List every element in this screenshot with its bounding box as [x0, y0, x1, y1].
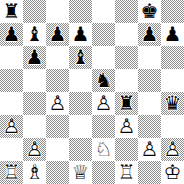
square-e6[interactable]: [92, 46, 115, 69]
piece-black-rook: ♜: [115, 92, 138, 115]
square-g8[interactable]: ♚: [138, 0, 161, 23]
square-a1[interactable]: ♜♖: [0, 161, 23, 184]
square-d5[interactable]: [69, 69, 92, 92]
piece-white-pawn: ♟♙: [138, 138, 161, 161]
piece-white-pawn: ♟♙: [46, 92, 69, 115]
square-e8[interactable]: [92, 0, 115, 23]
piece-white-pawn: ♟♙: [115, 115, 138, 138]
piece-white-knight: ♞♘: [92, 138, 115, 161]
square-d6[interactable]: ♝: [69, 46, 92, 69]
piece-black-pawn: ♟: [138, 23, 161, 46]
square-c7[interactable]: ♟: [46, 23, 69, 46]
square-f1[interactable]: ♜♖: [115, 161, 138, 184]
square-e2[interactable]: ♞♘: [92, 138, 115, 161]
square-c4[interactable]: ♟♙: [46, 92, 69, 115]
piece-black-pawn: ♟: [46, 23, 69, 46]
chess-board: ♜♚♟♝♟♟♟♟♟♝♞♟♙♟♙♜♛♟♙♟♙♟♙♞♘♟♙♟♙♜♖♝♗♛♕♜♖♚♔: [0, 0, 184, 184]
square-g3[interactable]: [138, 115, 161, 138]
square-b5[interactable]: [23, 69, 46, 92]
square-h1[interactable]: ♚♔: [161, 161, 184, 184]
square-d4[interactable]: [69, 92, 92, 115]
square-f4[interactable]: ♜: [115, 92, 138, 115]
piece-white-pawn: ♟♙: [23, 138, 46, 161]
square-b7[interactable]: ♝: [23, 23, 46, 46]
square-f7[interactable]: [115, 23, 138, 46]
square-g4[interactable]: [138, 92, 161, 115]
square-c6[interactable]: [46, 46, 69, 69]
piece-black-knight: ♞: [92, 69, 115, 92]
square-h7[interactable]: ♟: [161, 23, 184, 46]
piece-black-rook: ♜: [0, 0, 23, 23]
piece-black-queen: ♛: [161, 92, 184, 115]
square-a7[interactable]: ♟: [0, 23, 23, 46]
square-d3[interactable]: [69, 115, 92, 138]
square-h5[interactable]: [161, 69, 184, 92]
piece-white-rook: ♜♖: [115, 161, 138, 184]
piece-black-pawn: ♟: [0, 23, 23, 46]
square-c3[interactable]: [46, 115, 69, 138]
square-e4[interactable]: ♟♙: [92, 92, 115, 115]
square-h4[interactable]: ♛: [161, 92, 184, 115]
square-d8[interactable]: [69, 0, 92, 23]
piece-black-bishop: ♝: [69, 46, 92, 69]
square-a4[interactable]: [0, 92, 23, 115]
square-h2[interactable]: ♟♙: [161, 138, 184, 161]
square-a8[interactable]: ♜: [0, 0, 23, 23]
square-b3[interactable]: [23, 115, 46, 138]
square-f8[interactable]: [115, 0, 138, 23]
square-e3[interactable]: [92, 115, 115, 138]
square-a5[interactable]: [0, 69, 23, 92]
piece-white-pawn: ♟♙: [92, 92, 115, 115]
piece-white-king: ♚♔: [161, 161, 184, 184]
piece-white-pawn: ♟♙: [0, 115, 23, 138]
square-g5[interactable]: [138, 69, 161, 92]
square-c2[interactable]: [46, 138, 69, 161]
piece-white-bishop: ♝♗: [23, 161, 46, 184]
square-c5[interactable]: [46, 69, 69, 92]
square-g2[interactable]: ♟♙: [138, 138, 161, 161]
square-a6[interactable]: [0, 46, 23, 69]
square-f2[interactable]: [115, 138, 138, 161]
piece-white-rook: ♜♖: [0, 161, 23, 184]
piece-black-pawn: ♟: [23, 46, 46, 69]
square-a3[interactable]: ♟♙: [0, 115, 23, 138]
square-f6[interactable]: [115, 46, 138, 69]
square-b8[interactable]: [23, 0, 46, 23]
square-h8[interactable]: [161, 0, 184, 23]
square-b4[interactable]: [23, 92, 46, 115]
square-b1[interactable]: ♝♗: [23, 161, 46, 184]
piece-black-king: ♚: [138, 0, 161, 23]
square-g6[interactable]: [138, 46, 161, 69]
square-f5[interactable]: [115, 69, 138, 92]
piece-black-pawn: ♟: [161, 23, 184, 46]
piece-black-pawn: ♟: [69, 23, 92, 46]
square-a2[interactable]: [0, 138, 23, 161]
square-c1[interactable]: [46, 161, 69, 184]
square-b6[interactable]: ♟: [23, 46, 46, 69]
square-f3[interactable]: ♟♙: [115, 115, 138, 138]
square-e7[interactable]: [92, 23, 115, 46]
square-c8[interactable]: [46, 0, 69, 23]
square-g1[interactable]: [138, 161, 161, 184]
square-h6[interactable]: [161, 46, 184, 69]
square-d7[interactable]: ♟: [69, 23, 92, 46]
square-e5[interactable]: ♞: [92, 69, 115, 92]
square-b2[interactable]: ♟♙: [23, 138, 46, 161]
square-e1[interactable]: [92, 161, 115, 184]
square-d1[interactable]: ♛♕: [69, 161, 92, 184]
piece-black-bishop: ♝: [23, 23, 46, 46]
piece-white-pawn: ♟♙: [161, 138, 184, 161]
square-d2[interactable]: [69, 138, 92, 161]
piece-white-queen: ♛♕: [69, 161, 92, 184]
square-g7[interactable]: ♟: [138, 23, 161, 46]
square-h3[interactable]: [161, 115, 184, 138]
